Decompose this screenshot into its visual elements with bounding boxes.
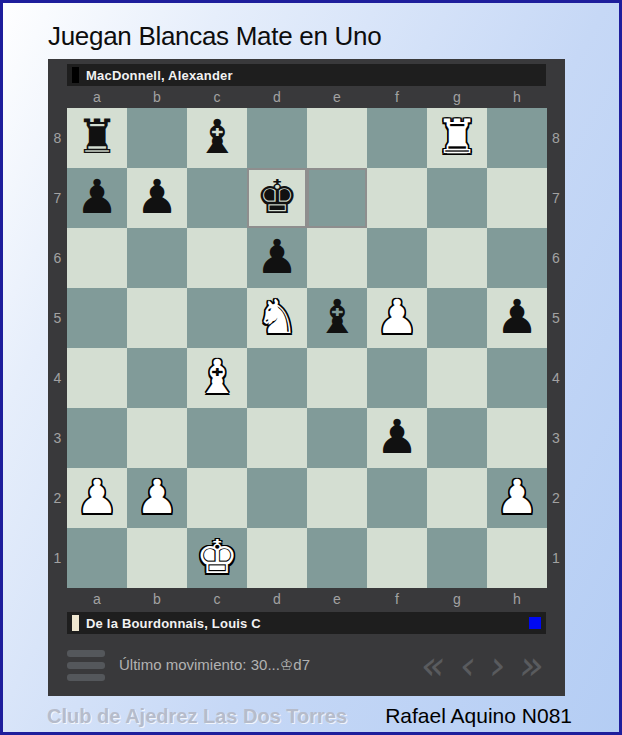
black-rook-a8[interactable]: ♜ (76, 113, 118, 163)
rank-label-2: 2 (547, 468, 565, 528)
square-a1[interactable] (67, 528, 127, 588)
square-a8[interactable]: ♜ (67, 108, 127, 168)
file-label-e: e (307, 588, 367, 610)
black-pawn-h5[interactable]: ♟ (496, 293, 538, 343)
square-h7[interactable] (487, 168, 547, 228)
ranks-left: 87654321 (48, 108, 67, 588)
square-b5[interactable] (127, 288, 187, 348)
rank-label-5: 5 (48, 288, 67, 348)
ranks-right: 87654321 (547, 108, 565, 588)
rank-label-8: 8 (547, 108, 565, 168)
square-h8[interactable] (487, 108, 547, 168)
file-label-d: d (247, 588, 307, 610)
square-d5[interactable]: ♞ (247, 288, 307, 348)
rank-label-3: 3 (48, 408, 67, 468)
square-g4[interactable] (427, 348, 487, 408)
square-g6[interactable] (427, 228, 487, 288)
board[interactable]: ♜♝♜♟♟♚♟♞♝♟♟♝♟♟♟♟♚ (67, 108, 547, 588)
rank-label-2: 2 (48, 468, 67, 528)
last-move-button[interactable]: » (515, 645, 549, 685)
square-d4[interactable] (247, 348, 307, 408)
move-navigation: « ‹ › » (419, 645, 546, 685)
black-pawn-b7[interactable]: ♟ (136, 173, 178, 223)
file-label-b: b (127, 86, 187, 108)
square-a3[interactable] (67, 408, 127, 468)
square-f4[interactable] (367, 348, 427, 408)
square-e4[interactable] (307, 348, 367, 408)
white-pawn-f5[interactable]: ♟ (376, 293, 418, 343)
bottom-player-name: De la Bourdonnais, Louis C (86, 616, 522, 631)
board-area: 87654321 ♜♝♜♟♟♚♟♞♝♟♟♝♟♟♟♟♚ 87654321 (48, 108, 565, 588)
black-bishop-e5[interactable]: ♝ (316, 293, 358, 343)
first-move-button[interactable]: « (416, 645, 450, 685)
square-h6[interactable] (487, 228, 547, 288)
square-c8[interactable]: ♝ (187, 108, 247, 168)
square-g5[interactable] (427, 288, 487, 348)
square-d8[interactable] (247, 108, 307, 168)
top-player-color-indicator (72, 67, 79, 83)
file-label-a: a (67, 588, 127, 610)
rank-label-1: 1 (547, 528, 565, 588)
square-h5[interactable]: ♟ (487, 288, 547, 348)
square-d7[interactable]: ♚ (247, 168, 307, 228)
white-bishop-c4[interactable]: ♝ (196, 353, 238, 403)
next-move-button[interactable]: › (485, 645, 511, 685)
square-b6[interactable] (127, 228, 187, 288)
square-c6[interactable] (187, 228, 247, 288)
file-label-e: e (307, 86, 367, 108)
white-king-c1[interactable]: ♚ (196, 533, 238, 583)
top-player-bar: MacDonnell, Alexander (67, 64, 546, 86)
square-b7[interactable]: ♟ (127, 168, 187, 228)
black-king-d7[interactable]: ♚ (256, 173, 298, 223)
white-pawn-b2[interactable]: ♟ (136, 473, 178, 523)
bottom-player-color-indicator (72, 615, 79, 631)
square-d6[interactable]: ♟ (247, 228, 307, 288)
square-b1[interactable] (127, 528, 187, 588)
prev-move-button[interactable]: ‹ (455, 645, 481, 685)
square-a6[interactable] (67, 228, 127, 288)
author-credit: Rafael Aquino N081 (385, 704, 572, 728)
footer: Club de Ajedrez Las Dos Torres Rafael Aq… (47, 704, 572, 728)
square-e5[interactable]: ♝ (307, 288, 367, 348)
rank-label-7: 7 (48, 168, 67, 228)
square-g2[interactable] (427, 468, 487, 528)
square-b4[interactable] (127, 348, 187, 408)
square-e2[interactable] (307, 468, 367, 528)
page-title: Juegan Blancas Mate en Uno (48, 18, 619, 54)
file-label-g: g (427, 588, 487, 610)
white-knight-d5[interactable]: ♞ (256, 293, 298, 343)
square-f7[interactable] (367, 168, 427, 228)
square-g1[interactable] (427, 528, 487, 588)
file-label-g: g (427, 86, 487, 108)
black-pawn-a7[interactable]: ♟ (76, 173, 118, 223)
square-g7[interactable] (427, 168, 487, 228)
square-c3[interactable] (187, 408, 247, 468)
files-top: abcdefgh (67, 86, 546, 108)
square-f8[interactable] (367, 108, 427, 168)
club-watermark: Club de Ajedrez Las Dos Torres (47, 705, 347, 728)
square-e6[interactable] (307, 228, 367, 288)
square-a5[interactable] (67, 288, 127, 348)
file-label-c: c (187, 588, 247, 610)
square-h2[interactable]: ♟ (487, 468, 547, 528)
rank-label-7: 7 (547, 168, 565, 228)
square-g3[interactable] (427, 408, 487, 468)
square-c5[interactable] (187, 288, 247, 348)
square-d2[interactable] (247, 468, 307, 528)
bottom-player-bar: De la Bourdonnais, Louis C (67, 612, 546, 634)
rank-label-6: 6 (547, 228, 565, 288)
white-pawn-a2[interactable]: ♟ (76, 473, 118, 523)
square-a2[interactable]: ♟ (67, 468, 127, 528)
rank-label-3: 3 (547, 408, 565, 468)
file-label-h: h (487, 86, 547, 108)
file-label-b: b (127, 588, 187, 610)
file-label-h: h (487, 588, 547, 610)
square-e1[interactable] (307, 528, 367, 588)
square-d1[interactable] (247, 528, 307, 588)
square-b8[interactable] (127, 108, 187, 168)
rank-label-1: 1 (48, 528, 67, 588)
square-a7[interactable]: ♟ (67, 168, 127, 228)
black-bishop-c8[interactable]: ♝ (196, 113, 238, 163)
file-label-f: f (367, 86, 427, 108)
black-pawn-d6[interactable]: ♟ (256, 233, 298, 283)
square-f3[interactable]: ♟ (367, 408, 427, 468)
square-e7[interactable] (307, 168, 367, 228)
square-e8[interactable] (307, 108, 367, 168)
square-b2[interactable]: ♟ (127, 468, 187, 528)
rank-label-4: 4 (48, 348, 67, 408)
square-h4[interactable] (487, 348, 547, 408)
file-label-f: f (367, 588, 427, 610)
files-bottom: abcdefgh (67, 588, 546, 610)
file-label-d: d (247, 86, 307, 108)
square-e3[interactable] (307, 408, 367, 468)
square-c1[interactable]: ♚ (187, 528, 247, 588)
square-a4[interactable] (67, 348, 127, 408)
menu-icon[interactable] (67, 650, 105, 681)
controls-bar: Último movimiento: 30...♔d7 « ‹ › » (67, 642, 546, 688)
rank-label-8: 8 (48, 108, 67, 168)
last-move-label: Último movimiento: 30...♔d7 (119, 656, 419, 674)
file-label-c: c (187, 86, 247, 108)
square-f6[interactable] (367, 228, 427, 288)
rank-label-5: 5 (547, 288, 565, 348)
white-pawn-h2[interactable]: ♟ (496, 473, 538, 523)
file-label-a: a (67, 86, 127, 108)
square-d3[interactable] (247, 408, 307, 468)
rank-label-4: 4 (547, 348, 565, 408)
square-c4[interactable]: ♝ (187, 348, 247, 408)
square-f5[interactable]: ♟ (367, 288, 427, 348)
square-f1[interactable] (367, 528, 427, 588)
square-c2[interactable] (187, 468, 247, 528)
top-player-name: MacDonnell, Alexander (86, 68, 541, 83)
rank-label-6: 6 (48, 228, 67, 288)
square-b3[interactable] (127, 408, 187, 468)
square-g8[interactable]: ♜ (427, 108, 487, 168)
black-pawn-f3[interactable]: ♟ (376, 413, 418, 463)
turn-indicator (529, 617, 541, 629)
square-h1[interactable] (487, 528, 547, 588)
square-c7[interactable] (187, 168, 247, 228)
square-f2[interactable] (367, 468, 427, 528)
square-h3[interactable] (487, 408, 547, 468)
white-rook-g8[interactable]: ♜ (436, 113, 478, 163)
chess-widget-panel: MacDonnell, Alexander abcdefgh 87654321 … (48, 59, 565, 696)
